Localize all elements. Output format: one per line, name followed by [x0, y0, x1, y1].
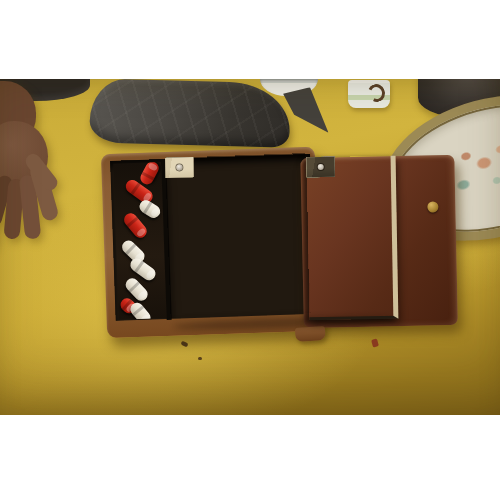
peg-hole	[176, 164, 182, 170]
peg-hole	[318, 164, 324, 170]
board-square	[165, 157, 194, 178]
pouch-scuffs	[89, 79, 291, 148]
board-square	[307, 157, 335, 177]
tray-piece-white	[137, 198, 163, 221]
screenshot	[0, 0, 500, 500]
leather-pouch	[89, 79, 291, 148]
chessboard	[165, 150, 395, 330]
tray-piece-red	[138, 162, 161, 187]
board-right-flap	[307, 156, 399, 321]
clasp-tab	[295, 326, 326, 342]
tray-piece-red	[121, 211, 149, 241]
chess-case	[101, 136, 460, 344]
felt-debris	[198, 357, 202, 360]
piece-tray	[113, 162, 166, 320]
leather-glove	[0, 79, 88, 259]
ceramic-jar	[348, 80, 390, 108]
brass-stud	[427, 201, 438, 212]
felt-debris	[371, 338, 379, 347]
photograph	[0, 79, 500, 415]
board-left-half	[165, 153, 310, 318]
